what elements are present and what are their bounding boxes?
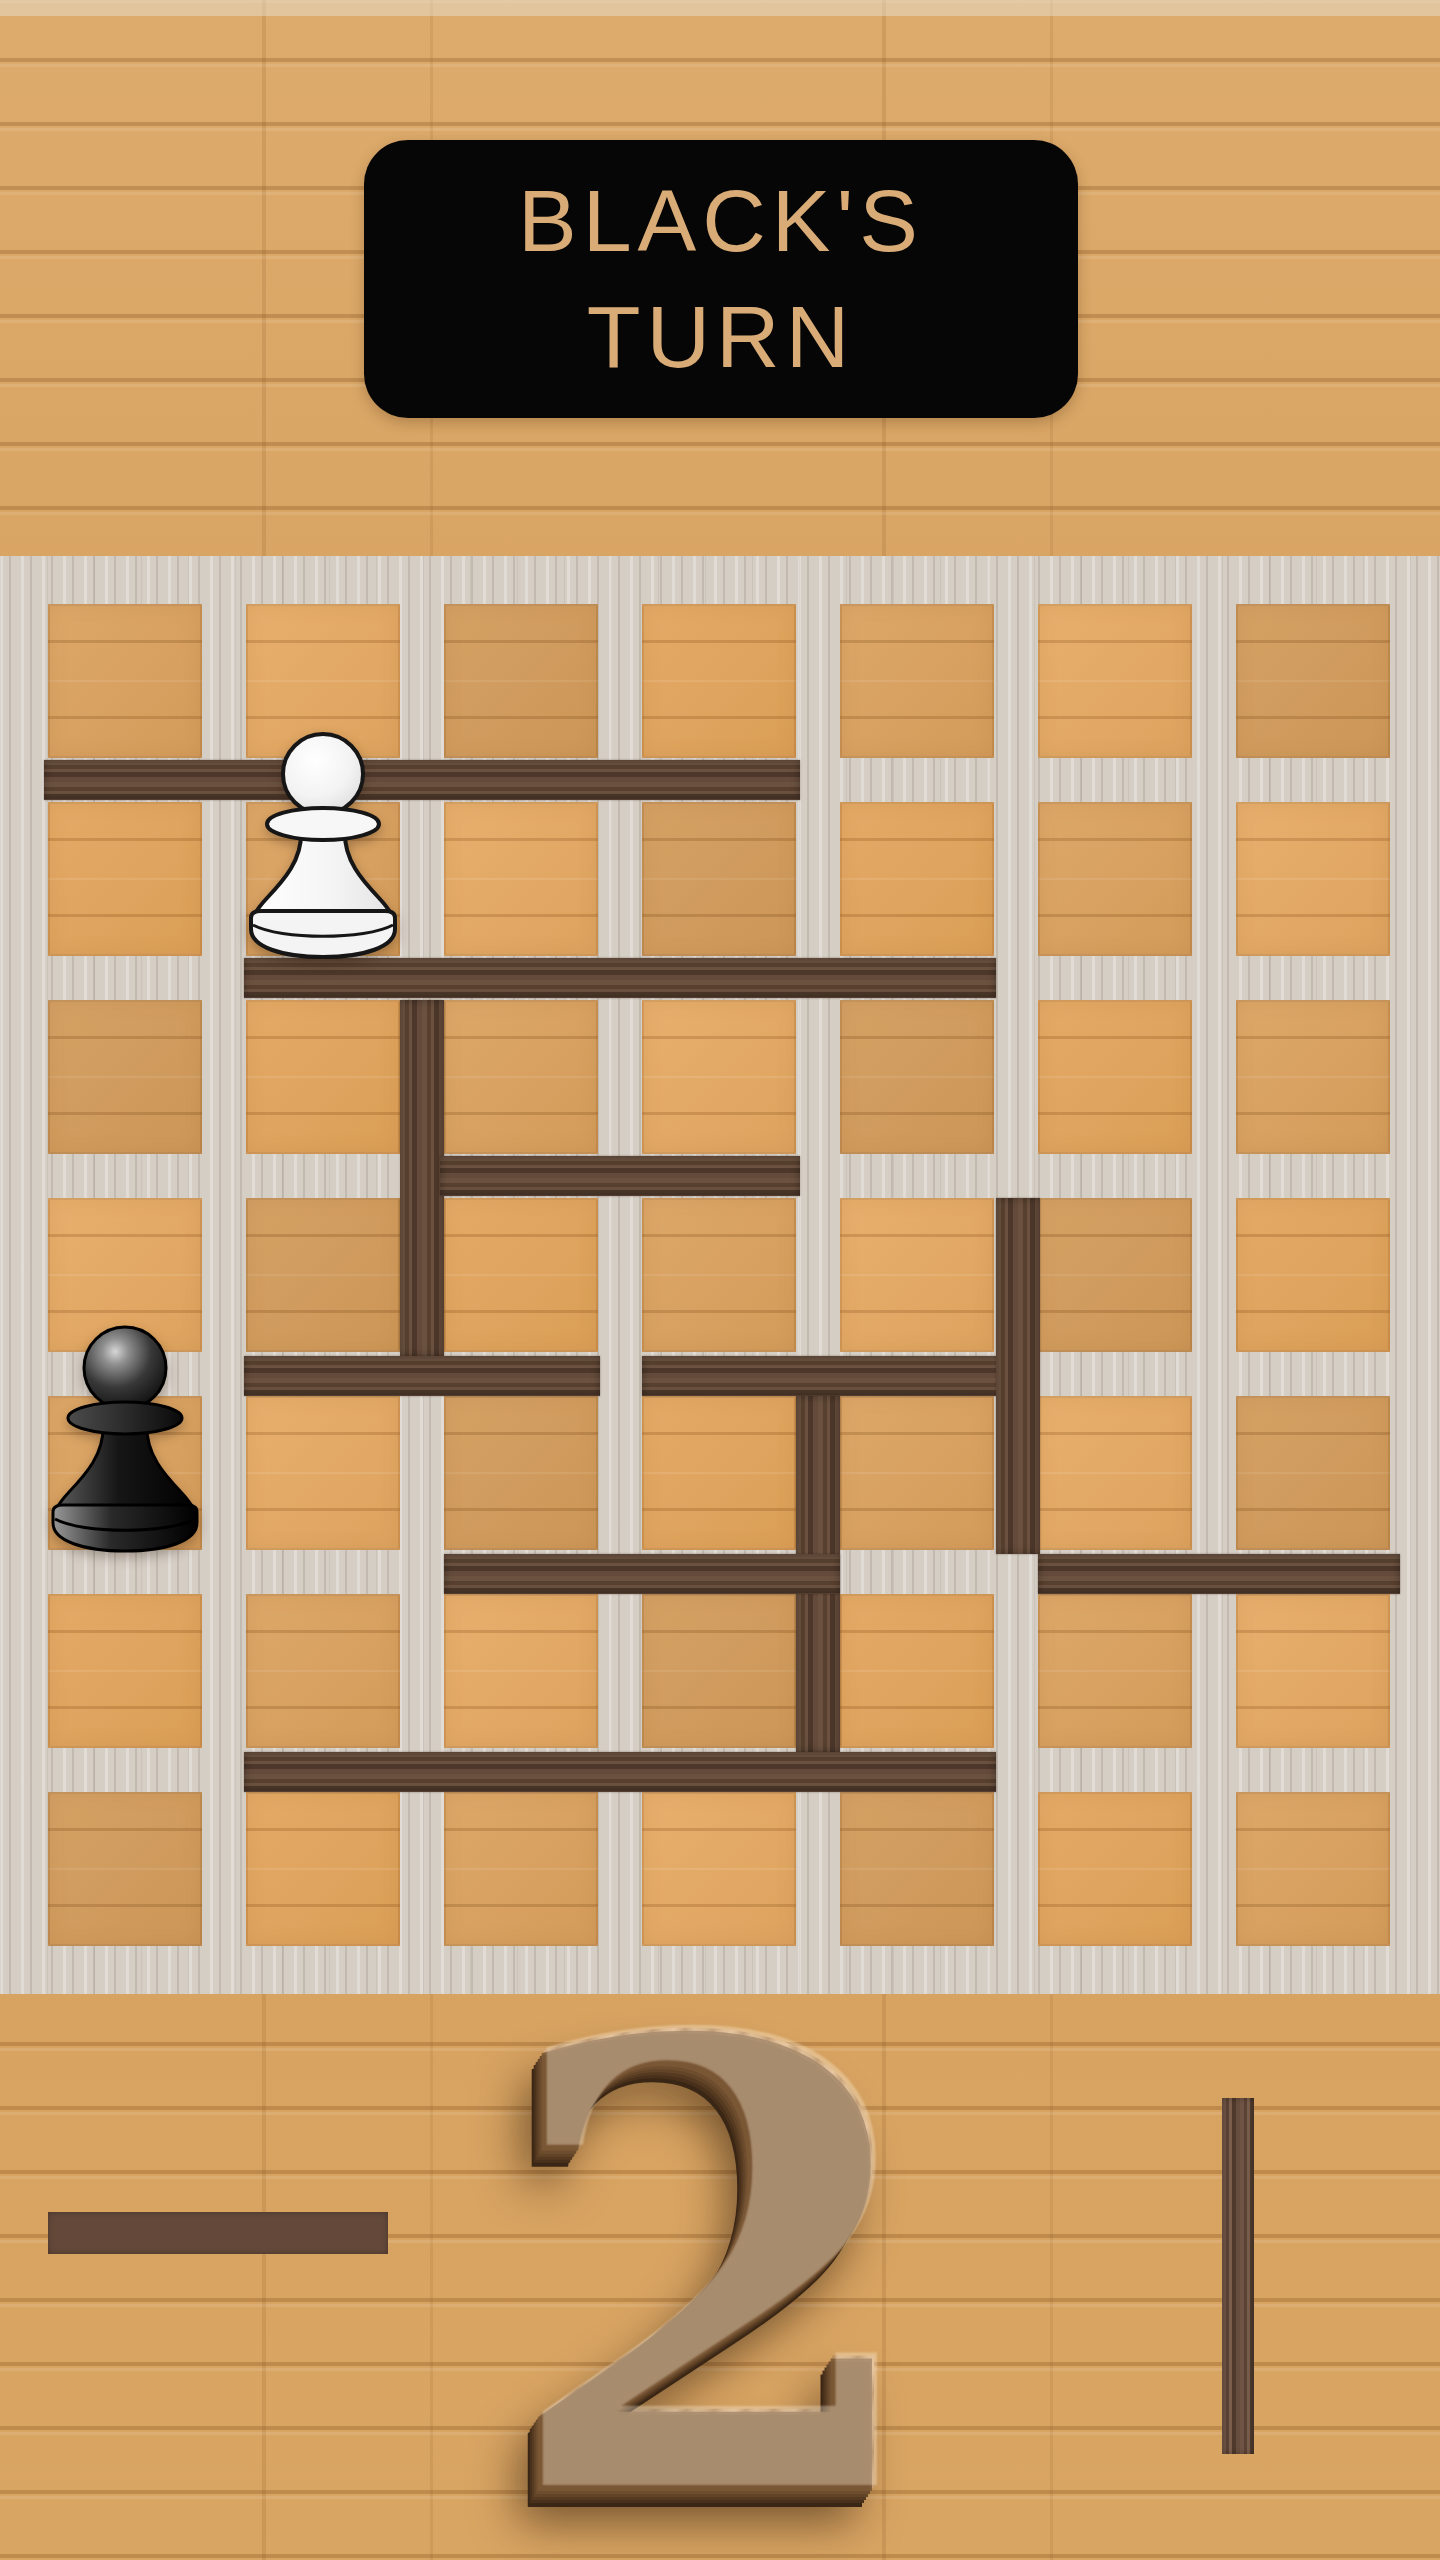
board-cell[interactable] <box>840 1792 994 1946</box>
board-cell[interactable] <box>444 1594 598 1748</box>
plank-edge-highlight <box>0 0 1440 16</box>
white-pawn[interactable] <box>239 728 407 960</box>
board-cell[interactable] <box>1038 802 1192 956</box>
horizontal-wall <box>244 1356 600 1396</box>
board-cell[interactable] <box>444 1396 598 1550</box>
board-cell[interactable] <box>246 1792 400 1946</box>
board-cell[interactable] <box>246 1396 400 1550</box>
board-cell[interactable] <box>1236 802 1390 956</box>
board-cell[interactable] <box>1038 1792 1192 1946</box>
horizontal-wall <box>244 1752 996 1792</box>
vertical-wall-icon <box>1222 2098 1254 2454</box>
horizontal-wall <box>444 1554 840 1594</box>
board-cell[interactable] <box>1038 1000 1192 1154</box>
board-cell[interactable] <box>642 1198 796 1352</box>
board-cell[interactable] <box>840 604 994 758</box>
board-cell[interactable] <box>444 1198 598 1352</box>
board-cell[interactable] <box>840 1396 994 1550</box>
horizontal-wall-icon <box>48 2212 388 2254</box>
board-cell[interactable] <box>642 1000 796 1154</box>
horizontal-wall <box>642 1356 1038 1396</box>
black-pawn[interactable] <box>41 1322 209 1554</box>
board-cell[interactable] <box>48 802 202 956</box>
board-cell[interactable] <box>642 604 796 758</box>
board-cell[interactable] <box>1236 1198 1390 1352</box>
horizontal-wall <box>244 958 996 998</box>
board-cell[interactable] <box>1038 1594 1192 1748</box>
vertical-wall <box>996 1198 1040 1554</box>
turn-banner: BLACK'S TURN <box>364 140 1078 418</box>
board-cell[interactable] <box>48 1594 202 1748</box>
board-cell[interactable] <box>840 1000 994 1154</box>
game-board <box>0 556 1440 1994</box>
board-cell[interactable] <box>1038 1198 1192 1352</box>
board-cell[interactable] <box>642 802 796 956</box>
board-cell[interactable] <box>444 1000 598 1154</box>
board-cell[interactable] <box>1038 604 1192 758</box>
board-cell[interactable] <box>1236 1396 1390 1550</box>
board-cell[interactable] <box>840 1594 994 1748</box>
board-cell[interactable] <box>642 1792 796 1946</box>
board-cell[interactable] <box>444 604 598 758</box>
game-screen: BLACK'S TURN <box>0 0 1440 2560</box>
board-cell[interactable] <box>1038 1396 1192 1550</box>
turn-banner-line1: BLACK'S <box>518 163 924 279</box>
board-cell[interactable] <box>444 802 598 956</box>
board-cell[interactable] <box>1236 1792 1390 1946</box>
horizontal-wall <box>440 1156 800 1196</box>
turn-banner-line2: TURN <box>587 279 855 395</box>
board-cell[interactable] <box>840 802 994 956</box>
vertical-wall <box>400 1000 444 1356</box>
board-cell[interactable] <box>642 1396 796 1550</box>
board-cell[interactable] <box>1236 1000 1390 1154</box>
board-cell[interactable] <box>48 1000 202 1154</box>
board-cell[interactable] <box>246 1594 400 1748</box>
board-cell[interactable] <box>1236 604 1390 758</box>
horizontal-wall <box>1038 1554 1400 1594</box>
board-cell[interactable] <box>48 604 202 758</box>
wall-count: 2 <box>474 1990 954 2550</box>
board-cell[interactable] <box>246 1198 400 1352</box>
board-cell[interactable] <box>246 1000 400 1154</box>
board-cell[interactable] <box>840 1198 994 1352</box>
horizontal-wall <box>44 760 800 800</box>
board-cell[interactable] <box>48 1792 202 1946</box>
board-cell[interactable] <box>642 1594 796 1748</box>
board-cell[interactable] <box>1236 1594 1390 1748</box>
board-cell[interactable] <box>444 1792 598 1946</box>
